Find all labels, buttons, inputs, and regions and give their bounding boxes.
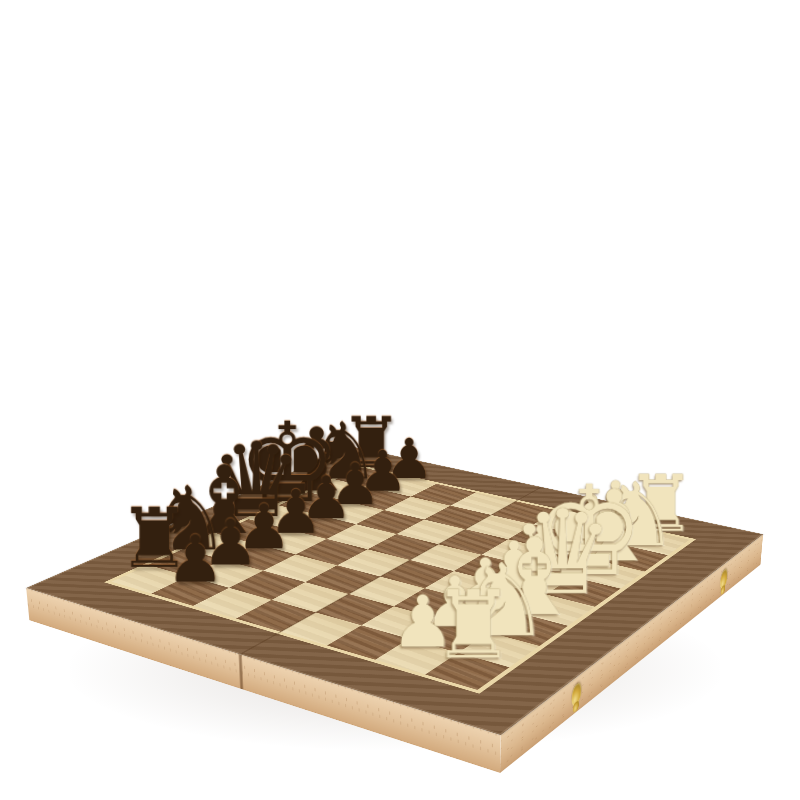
white-rook-glyph: ♜ <box>380 579 568 673</box>
fold-seam-side <box>238 654 243 690</box>
brass-clasp-icon <box>571 681 581 710</box>
brass-clasp-icon <box>720 567 728 591</box>
folding-chess-box: ♜♞♝♛♚♝♞♜♟♟♟♟♟♟♟♟♟♟♟♟♟♟♟♟♜♞♝♛♚♝♞♜ <box>26 446 763 735</box>
product-photo-chess-set: ♜♞♝♛♚♝♞♜♟♟♟♟♟♟♟♟♟♟♟♟♟♟♟♟♜♞♝♛♚♝♞♜ <box>0 0 800 800</box>
perspective-scene: ♜♞♝♛♚♝♞♜♟♟♟♟♟♟♟♟♟♟♟♟♟♟♟♟♜♞♝♛♚♝♞♜ <box>0 0 800 800</box>
black-pawn-glyph: ♟ <box>111 527 279 592</box>
